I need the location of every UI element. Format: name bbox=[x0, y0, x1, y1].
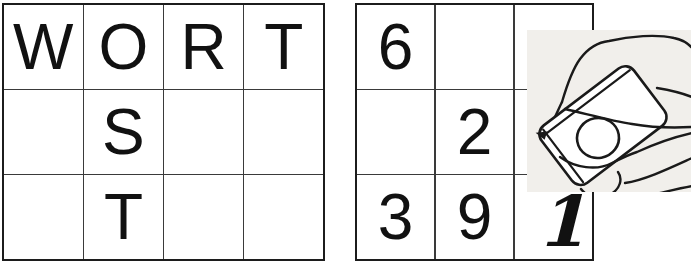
printed-letter: W bbox=[13, 15, 73, 79]
printed-letter: R bbox=[180, 15, 226, 79]
handwritten-digit: 1 bbox=[537, 187, 586, 257]
cell-r3c1 bbox=[4, 175, 83, 259]
cell-r3c2: 9 bbox=[436, 175, 513, 259]
cell-r3c2: T bbox=[84, 175, 163, 259]
cell-r3c4 bbox=[244, 175, 323, 259]
printed-letter: O bbox=[99, 15, 149, 79]
puzzle-diagram: WORTST 62391 bbox=[0, 0, 691, 269]
printed-letter: T bbox=[104, 185, 143, 249]
printed-digit: 3 bbox=[378, 185, 414, 249]
printed-letter: S bbox=[102, 100, 145, 164]
cell-r2c3 bbox=[164, 90, 243, 174]
cell-r1c2: O bbox=[84, 5, 163, 89]
hand-holding-eraser-icon bbox=[527, 30, 691, 192]
printed-digit: 2 bbox=[457, 100, 493, 164]
cell-r2c2: S bbox=[84, 90, 163, 174]
printed-digit: 9 bbox=[457, 185, 493, 249]
cell-r1c1: 6 bbox=[357, 5, 434, 89]
cell-r1c4: T bbox=[244, 5, 323, 89]
cell-r1c2 bbox=[436, 5, 513, 89]
cell-r2c1 bbox=[4, 90, 83, 174]
word-grid: WORTST bbox=[2, 3, 325, 261]
printed-digit: 6 bbox=[378, 15, 414, 79]
printed-letter: T bbox=[264, 15, 303, 79]
cell-r1c1: W bbox=[4, 5, 83, 89]
cell-r2c1 bbox=[357, 90, 434, 174]
cell-r3c3 bbox=[164, 175, 243, 259]
cell-r1c3: R bbox=[164, 5, 243, 89]
cell-r3c1: 3 bbox=[357, 175, 434, 259]
cell-r2c4 bbox=[244, 90, 323, 174]
cell-r2c2: 2 bbox=[436, 90, 513, 174]
